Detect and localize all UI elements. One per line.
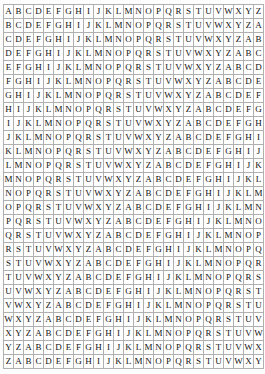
grid-cell-r6c3: H: [24, 75, 34, 89]
grid-cell-r15c21: I: [204, 201, 214, 215]
grid-cell-r13c17: C: [164, 173, 174, 187]
grid-cell-r25c24: V: [234, 341, 244, 355]
grid-cell-r14c5: R: [44, 187, 54, 201]
grid-cell-r22c13: H: [124, 299, 134, 313]
grid-cell-r4c12: O: [114, 47, 124, 61]
grid-cell-r25c13: K: [124, 341, 134, 355]
grid-cell-r7c14: T: [134, 89, 144, 103]
grid-cell-r11c14: X: [134, 145, 144, 159]
grid-cell-r6c16: U: [154, 75, 164, 89]
grid-cell-r26c22: U: [214, 355, 224, 369]
grid-cell-r21c25: S: [244, 285, 254, 299]
grid-cell-r24c22: S: [214, 327, 224, 341]
grid-cell-r5c23: A: [224, 61, 234, 75]
grid-cell-r1c12: L: [114, 5, 124, 19]
grid-cell-r21c21: O: [204, 285, 214, 299]
grid-cell-r25c14: L: [134, 341, 144, 355]
grid-cell-r8c15: V: [144, 103, 154, 117]
grid-cell-r25c22: T: [214, 341, 224, 355]
grid-cell-r23c21: Q: [204, 313, 214, 327]
grid-cell-r13c20: F: [194, 173, 204, 187]
grid-cell-r19c19: K: [184, 257, 194, 271]
grid-cell-r26c14: M: [134, 355, 144, 369]
grid-cell-r10c15: X: [144, 131, 154, 145]
grid-cell-r19c1: S: [4, 257, 14, 271]
grid-cell-r16c5: T: [44, 215, 54, 229]
grid-cell-r10c13: V: [124, 131, 134, 145]
grid-cell-r13c2: N: [14, 173, 24, 187]
grid-cell-r23c19: O: [184, 313, 194, 327]
grid-cell-r21c7: A: [64, 285, 74, 299]
grid-cell-r25c1: Y: [4, 341, 14, 355]
grid-cell-r13c21: G: [204, 173, 214, 187]
grid-cell-r3c10: L: [94, 33, 104, 47]
grid-cell-r10c21: D: [204, 131, 214, 145]
grid-cell-r25c17: O: [164, 341, 174, 355]
grid-cell-r7c15: U: [144, 89, 154, 103]
grid-cell-r7c25: E: [244, 89, 254, 103]
grid-cell-r15c26: N: [254, 201, 264, 215]
grid-cell-r3c11: M: [104, 33, 114, 47]
grid-cell-r16c17: F: [164, 215, 174, 229]
grid-cell-r23c24: T: [234, 313, 244, 327]
grid-cell-r23c26: V: [254, 313, 264, 327]
grid-cell-r20c21: N: [204, 271, 214, 285]
grid-cell-r17c12: B: [114, 229, 124, 243]
grid-cell-r23c9: E: [84, 313, 94, 327]
grid-cell-r25c10: H: [94, 341, 104, 355]
grid-cell-r24c17: N: [164, 327, 174, 341]
grid-cell-r18c22: M: [214, 243, 224, 257]
grid-cell-r3c16: R: [154, 33, 164, 47]
grid-cell-r6c15: T: [144, 75, 154, 89]
grid-cell-r10c5: N: [44, 131, 54, 145]
grid-cell-r5c2: F: [14, 61, 24, 75]
grid-cell-r8c21: B: [204, 103, 214, 117]
grid-cell-r5c26: D: [254, 61, 264, 75]
grid-cell-r17c17: G: [164, 229, 174, 243]
grid-cell-r11c20: D: [194, 145, 204, 159]
grid-cell-r9c5: M: [44, 117, 54, 131]
grid-cell-r15c9: W: [84, 201, 94, 215]
grid-cell-r7c10: P: [94, 89, 104, 103]
grid-cell-r6c26: E: [254, 75, 264, 89]
grid-cell-r13c18: D: [174, 173, 184, 187]
grid-cell-r11c13: W: [124, 145, 134, 159]
grid-cell-r9c4: L: [34, 117, 44, 131]
grid-cell-r9c22: D: [214, 117, 224, 131]
grid-cell-r12c5: P: [44, 159, 54, 173]
grid-cell-r21c5: Y: [44, 285, 54, 299]
grid-cell-r22c7: B: [64, 299, 74, 313]
grid-cell-r13c25: K: [244, 173, 254, 187]
grid-cell-r3c17: S: [164, 33, 174, 47]
grid-cell-r6c19: X: [184, 75, 194, 89]
grid-cell-r21c6: Z: [54, 285, 64, 299]
grid-cell-r16c19: H: [184, 215, 194, 229]
grid-cell-r22c22: Q: [214, 299, 224, 313]
grid-cell-r12c25: J: [244, 159, 254, 173]
grid-cell-r13c4: P: [34, 173, 44, 187]
grid-cell-r21c10: D: [94, 285, 104, 299]
grid-cell-r22c14: I: [134, 299, 144, 313]
grid-cell-r6c24: C: [234, 75, 244, 89]
grid-cell-r8c26: G: [254, 103, 264, 117]
grid-cell-r18c8: Y: [74, 243, 84, 257]
grid-cell-r19c14: F: [134, 257, 144, 271]
grid-cell-r21c1: U: [4, 285, 14, 299]
grid-cell-r8c9: P: [84, 103, 94, 117]
grid-cell-r3c18: T: [174, 33, 184, 47]
grid-cell-r20c16: I: [154, 271, 164, 285]
grid-cell-r6c25: D: [244, 75, 254, 89]
grid-cell-r8c24: E: [234, 103, 244, 117]
grid-cell-r22c20: O: [194, 299, 204, 313]
grid-cell-r1c13: M: [124, 5, 134, 19]
grid-cell-r12c8: S: [74, 159, 84, 173]
grid-cell-r24c14: K: [134, 327, 144, 341]
grid-cell-r10c8: Q: [74, 131, 84, 145]
grid-cell-r13c22: H: [214, 173, 224, 187]
grid-cell-r14c15: B: [144, 187, 154, 201]
grid-cell-r26c7: F: [64, 355, 74, 369]
grid-cell-r12c19: D: [184, 159, 194, 173]
grid-cell-r12c21: F: [204, 159, 214, 173]
grid-cell-r14c4: Q: [34, 187, 44, 201]
grid-cell-r4c20: W: [194, 47, 204, 61]
grid-cell-r12c13: X: [124, 159, 134, 173]
grid-cell-r20c20: M: [194, 271, 204, 285]
grid-cell-r16c16: E: [154, 215, 164, 229]
grid-cell-r19c9: A: [84, 257, 94, 271]
grid-cell-r7c18: X: [174, 89, 184, 103]
grid-cell-r9c13: U: [124, 117, 134, 131]
grid-cell-r2c25: Z: [244, 19, 254, 33]
grid-cell-r25c15: M: [144, 341, 154, 355]
grid-cell-r22c12: G: [114, 299, 124, 313]
grid-cell-r2c11: L: [104, 19, 114, 33]
grid-cell-r13c24: J: [234, 173, 244, 187]
grid-cell-r7c2: H: [14, 89, 24, 103]
grid-cell-r6c13: R: [124, 75, 134, 89]
grid-cell-r23c10: F: [94, 313, 104, 327]
grid-cell-r20c15: H: [144, 271, 154, 285]
grid-cell-r6c4: I: [34, 75, 44, 89]
grid-cell-r4c21: X: [204, 47, 214, 61]
grid-cell-r18c23: N: [224, 243, 234, 257]
grid-cell-r23c2: X: [14, 313, 24, 327]
grid-cell-r12c3: N: [24, 159, 34, 173]
grid-cell-r11c9: S: [84, 145, 94, 159]
grid-cell-r19c12: D: [114, 257, 124, 271]
grid-cell-r12c14: Y: [134, 159, 144, 173]
grid-cell-r5c25: C: [244, 61, 254, 75]
grid-cell-r16c3: R: [24, 215, 34, 229]
grid-cell-r3c26: B: [254, 33, 264, 47]
grid-cell-r19c5: W: [44, 257, 54, 271]
grid-cell-r7c4: J: [34, 89, 44, 103]
grid-cell-r20c23: P: [224, 271, 234, 285]
grid-cell-r21c13: G: [124, 285, 134, 299]
grid-cell-r22c18: M: [174, 299, 184, 313]
grid-cell-r6c18: W: [174, 75, 184, 89]
grid-cell-r14c24: K: [234, 187, 244, 201]
grid-cell-r1c11: K: [104, 5, 114, 19]
grid-cell-r22c26: U: [254, 299, 264, 313]
grid-cell-r6c12: Q: [114, 75, 124, 89]
grid-cell-r25c2: Z: [14, 341, 24, 355]
grid-cell-r15c17: E: [164, 201, 174, 215]
grid-cell-r25c12: J: [114, 341, 124, 355]
grid-cell-r2c16: Q: [154, 19, 164, 33]
grid-cell-r14c8: U: [74, 187, 84, 201]
grid-cell-r12c4: O: [34, 159, 44, 173]
grid-cell-r1c10: J: [94, 5, 104, 19]
grid-cell-r5c3: G: [24, 61, 34, 75]
grid-cell-r22c24: S: [234, 299, 244, 313]
grid-cell-r22c5: Z: [44, 299, 54, 313]
grid-cell-r9c6: N: [54, 117, 64, 131]
grid-cell-r20c24: Q: [234, 271, 244, 285]
grid-cell-r13c10: V: [94, 173, 104, 187]
grid-cell-r2c20: U: [194, 19, 204, 33]
grid-cell-r14c22: I: [214, 187, 224, 201]
grid-cell-r15c8: V: [74, 201, 84, 215]
grid-cell-r12c16: A: [154, 159, 164, 173]
grid-cell-r6c5: J: [44, 75, 54, 89]
grid-cell-r15c4: R: [34, 201, 44, 215]
grid-cell-r25c25: W: [244, 341, 254, 355]
grid-cell-r7c8: N: [74, 89, 84, 103]
grid-cell-r4c5: H: [44, 47, 54, 61]
grid-cell-r9c23: E: [224, 117, 234, 131]
grid-cell-r4c13: P: [124, 47, 134, 61]
grid-cell-r22c16: K: [154, 299, 164, 313]
grid-cell-r21c2: V: [14, 285, 24, 299]
grid-cell-r9c7: O: [64, 117, 74, 131]
grid-cell-r19c11: C: [104, 257, 114, 271]
grid-cell-r15c22: J: [214, 201, 224, 215]
grid-cell-r5c18: V: [174, 61, 184, 75]
grid-cell-r17c7: W: [64, 229, 74, 243]
grid-cell-r16c22: K: [214, 215, 224, 229]
grid-cell-r9c8: P: [74, 117, 84, 131]
grid-cell-r17c2: R: [14, 229, 24, 243]
grid-cell-r19c13: E: [124, 257, 134, 271]
grid-cell-r16c6: U: [54, 215, 64, 229]
grid-cell-r4c4: G: [34, 47, 44, 61]
grid-cell-r10c16: Y: [154, 131, 164, 145]
grid-cell-r3c9: K: [84, 33, 94, 47]
grid-cell-r18c9: Z: [84, 243, 94, 257]
grid-cell-r7c20: Z: [194, 89, 204, 103]
grid-cell-r3c15: Q: [144, 33, 154, 47]
grid-cell-r25c20: R: [194, 341, 204, 355]
grid-cell-r9c26: H: [254, 117, 264, 131]
grid-cell-r1c1: A: [4, 5, 14, 19]
grid-cell-r14c23: J: [224, 187, 234, 201]
grid-cell-r24c23: T: [224, 327, 234, 341]
grid-cell-r16c23: L: [224, 215, 234, 229]
grid-cell-r23c14: J: [134, 313, 144, 327]
grid-cell-r18c3: T: [24, 243, 34, 257]
grid-cell-r14c14: A: [134, 187, 144, 201]
grid-cell-r8c25: F: [244, 103, 254, 117]
grid-cell-r2c9: J: [84, 19, 94, 33]
grid-cell-r5c22: Z: [214, 61, 224, 75]
grid-cell-r5c20: X: [194, 61, 204, 75]
grid-cell-r2c18: S: [174, 19, 184, 33]
grid-cell-r13c15: A: [144, 173, 154, 187]
grid-cell-r10c26: I: [254, 131, 264, 145]
grid-cell-r11c4: N: [34, 145, 44, 159]
grid-cell-r5c12: P: [114, 61, 124, 75]
grid-cell-r26c20: S: [194, 355, 204, 369]
grid-cell-r7c16: V: [154, 89, 164, 103]
grid-cell-r14c17: D: [164, 187, 174, 201]
grid-cell-r1c16: P: [154, 5, 164, 19]
grid-cell-r1c4: D: [34, 5, 44, 19]
grid-cell-r22c23: R: [224, 299, 234, 313]
grid-cell-r17c23: M: [224, 229, 234, 243]
grid-cell-r16c26: O: [254, 215, 264, 229]
grid-cell-r11c5: O: [44, 145, 54, 159]
grid-cell-r24c8: E: [74, 327, 84, 341]
grid-cell-r21c26: T: [254, 285, 264, 299]
grid-cell-r6c2: G: [14, 75, 24, 89]
grid-cell-r22c3: X: [24, 299, 34, 313]
grid-cell-r15c15: C: [144, 201, 154, 215]
grid-cell-r17c16: F: [154, 229, 164, 243]
grid-cell-r14c1: N: [4, 187, 14, 201]
grid-cell-r1c20: T: [194, 5, 204, 19]
grid-cell-r3c8: J: [74, 33, 84, 47]
grid-cell-r5c14: R: [134, 61, 144, 75]
grid-cell-r15c6: T: [54, 201, 64, 215]
grid-cell-r10c23: F: [224, 131, 234, 145]
grid-cell-r17c20: J: [194, 229, 204, 243]
grid-cell-r25c4: B: [34, 341, 44, 355]
grid-cell-r10c2: K: [14, 131, 24, 145]
grid-cell-r7c1: G: [4, 89, 14, 103]
grid-cell-r9c17: Y: [164, 117, 174, 131]
grid-cell-r14c11: X: [104, 187, 114, 201]
grid-cell-r25c8: F: [74, 341, 84, 355]
grid-cell-r19c7: Y: [64, 257, 74, 271]
grid-cell-r3c4: F: [34, 33, 44, 47]
grid-cell-r7c13: S: [124, 89, 134, 103]
grid-cell-r7c11: Q: [104, 89, 114, 103]
grid-cell-r14c19: F: [184, 187, 194, 201]
grid-cell-r2c17: R: [164, 19, 174, 33]
grid-cell-r19c15: G: [144, 257, 154, 271]
grid-cell-r15c11: Y: [104, 201, 114, 215]
grid-cell-r19c2: T: [14, 257, 24, 271]
grid-cell-r18c21: L: [204, 243, 214, 257]
grid-cell-r3c24: Z: [234, 33, 244, 47]
grid-cell-r10c19: B: [184, 131, 194, 145]
grid-cell-r6c11: P: [104, 75, 114, 89]
grid-cell-r13c23: I: [224, 173, 234, 187]
grid-cell-r12c9: T: [84, 159, 94, 173]
grid-cell-r12c20: E: [194, 159, 204, 173]
grid-cell-r12c17: B: [164, 159, 174, 173]
grid-cell-r21c12: F: [114, 285, 124, 299]
grid-cell-r20c11: D: [104, 271, 114, 285]
grid-cell-r21c19: M: [184, 285, 194, 299]
grid-cell-r8c6: M: [54, 103, 64, 117]
grid-cell-r19c8: Z: [74, 257, 84, 271]
grid-cell-r3c19: U: [184, 33, 194, 47]
grid-cell-r25c18: P: [174, 341, 184, 355]
grid-cell-r2c1: B: [4, 19, 14, 33]
grid-cell-r24c2: Y: [14, 327, 24, 341]
grid-cell-r11c23: G: [224, 145, 234, 159]
grid-cell-r8c18: Y: [174, 103, 184, 117]
grid-cell-r5c8: L: [74, 61, 84, 75]
grid-cell-r13c14: Z: [134, 173, 144, 187]
grid-cell-r1c21: U: [204, 5, 214, 19]
grid-cell-r4c11: N: [104, 47, 114, 61]
grid-cell-r23c11: G: [104, 313, 114, 327]
grid-cell-r2c2: C: [14, 19, 24, 33]
grid-cell-r2c10: K: [94, 19, 104, 33]
grid-cell-r4c24: A: [234, 47, 244, 61]
grid-cell-r26c16: O: [154, 355, 164, 369]
grid-cell-r12c26: K: [254, 159, 264, 173]
grid-cell-r10c14: W: [134, 131, 144, 145]
grid-cell-r25c7: E: [64, 341, 74, 355]
grid-cell-r1c2: B: [14, 5, 24, 19]
grid-cell-r17c19: I: [184, 229, 194, 243]
grid-cell-r25c23: U: [224, 341, 234, 355]
grid-cell-r8c2: I: [14, 103, 24, 117]
grid-cell-r1c22: V: [214, 5, 224, 19]
grid-cell-r2c3: D: [24, 19, 34, 33]
grid-cell-r12c22: G: [214, 159, 224, 173]
grid-cell-r5c17: U: [164, 61, 174, 75]
grid-cell-r16c7: V: [64, 215, 74, 229]
grid-cell-r15c10: X: [94, 201, 104, 215]
grid-cell-r14c2: O: [14, 187, 24, 201]
grid-cell-r20c4: W: [34, 271, 44, 285]
grid-cell-r14c20: G: [194, 187, 204, 201]
grid-cell-r24c7: D: [64, 327, 74, 341]
grid-cell-r26c11: J: [104, 355, 114, 369]
grid-cell-r6c17: V: [164, 75, 174, 89]
grid-cell-r16c8: W: [74, 215, 84, 229]
grid-cell-r17c18: H: [174, 229, 184, 243]
grid-cell-r7c26: F: [254, 89, 264, 103]
grid-cell-r15c14: B: [134, 201, 144, 215]
grid-cell-r18c11: B: [104, 243, 114, 257]
grid-cell-r26c9: H: [84, 355, 94, 369]
grid-cell-r4c9: L: [84, 47, 94, 61]
grid-cell-r13c19: E: [184, 173, 194, 187]
grid-cell-r21c4: X: [34, 285, 44, 299]
grid-cell-r9c12: T: [114, 117, 124, 131]
grid-cell-r15c20: H: [194, 201, 204, 215]
grid-cell-r15c2: P: [14, 201, 24, 215]
grid-cell-r3c22: X: [214, 33, 224, 47]
grid-cell-r12c15: Z: [144, 159, 154, 173]
grid-cell-r4c1: D: [4, 47, 14, 61]
grid-cell-r24c13: J: [124, 327, 134, 341]
grid-cell-r9c18: Z: [174, 117, 184, 131]
grid-cell-r20c3: V: [24, 271, 34, 285]
grid-cell-r19c20: L: [194, 257, 204, 271]
grid-cell-r7c17: W: [164, 89, 174, 103]
